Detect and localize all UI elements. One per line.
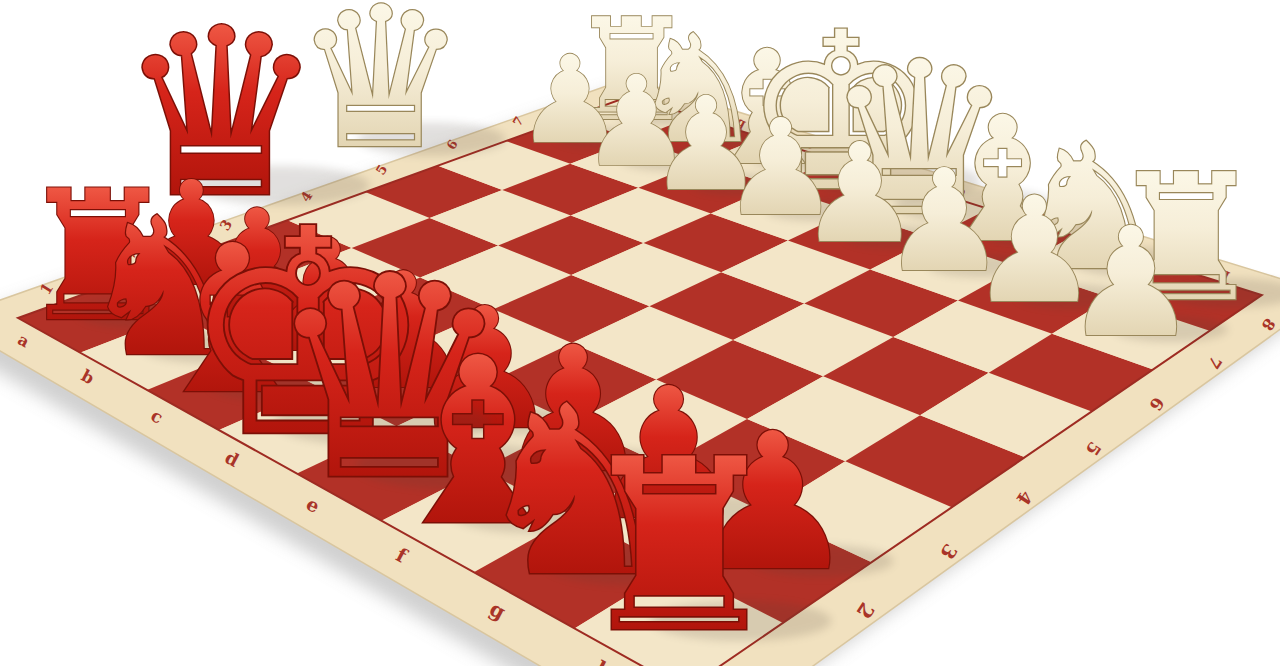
piece-red-rook-h1[interactable]: ♜ [572, 408, 785, 666]
pieces: ♜♞♟♛♝♟♚♟♛♛♟♝♟♞♟♟♜♟♟♜♟♟♞♟♝♟♚♟♛♟♝♟♞♜ [17, 0, 1280, 666]
chess-board-scene: aa11bb22cc33dd44ee55ff66gg77hh88♜♞♟♛♝♟♚♟… [0, 0, 1280, 666]
chess-set-product-photo: aa11bb22cc33dd44ee55ff66gg77hh88♜♞♟♛♝♟♚♟… [0, 0, 1280, 666]
piece-ivory-pawn-h7[interactable]: ♟ [1063, 195, 1198, 371]
